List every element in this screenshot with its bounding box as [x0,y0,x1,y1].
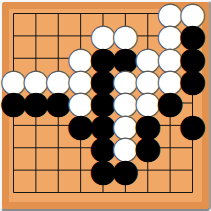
intersection-r1c4[interactable] [69,2,91,24]
intersection-r2c3[interactable] [47,25,69,47]
intersection-r8c2[interactable] [25,159,47,181]
intersection-r1c7[interactable] [137,2,159,24]
go-board: ●●●●●●●●●●●●●●●●●●●●●●●●●●●●●●●●●●●●●●● [0,0,211,211]
intersection-r1c2[interactable] [25,2,47,24]
intersection-r9c9[interactable] [181,181,203,203]
intersection-r5c1[interactable]: ● [2,92,24,114]
intersection-r8c9[interactable] [181,159,203,181]
intersection-r2c2[interactable] [25,25,47,47]
intersection-r9c8[interactable] [159,181,181,203]
intersection-r9c2[interactable] [25,181,47,203]
intersection-r5c3[interactable]: ● [47,92,69,114]
intersection-r7c7[interactable]: ● [137,137,159,159]
black-stone: ● [112,154,139,185]
intersection-r8c8[interactable] [159,159,181,181]
intersection-r5c2[interactable]: ● [25,92,47,114]
intersection-r7c3[interactable] [47,137,69,159]
intersection-r8c1[interactable] [2,159,24,181]
black-stone: ● [179,109,206,140]
intersection-r1c3[interactable] [47,2,69,24]
intersection-r7c1[interactable] [2,137,24,159]
intersection-r9c3[interactable] [47,181,69,203]
intersection-r7c8[interactable] [159,137,181,159]
intersection-r9c1[interactable] [2,181,24,203]
intersection-r2c1[interactable] [2,25,24,47]
intersection-r1c1[interactable] [2,2,24,24]
intersection-r8c3[interactable] [47,159,69,181]
intersection-r6c9[interactable]: ● [181,114,203,136]
intersection-r8c4[interactable] [69,159,91,181]
intersection-r8c5[interactable]: ● [92,159,114,181]
intersection-r8c6[interactable]: ● [114,159,136,181]
intersection-r5c8[interactable]: ● [159,92,181,114]
intersection-r9c7[interactable] [137,181,159,203]
intersection-r4c9[interactable]: ● [181,69,203,91]
board-intersections: ●●●●●●●●●●●●●●●●●●●●●●●●●●●●●●●●●●●●●●● [2,2,203,203]
intersection-r7c2[interactable] [25,137,47,159]
intersection-r9c4[interactable] [69,181,91,203]
intersection-r6c4[interactable]: ● [69,114,91,136]
